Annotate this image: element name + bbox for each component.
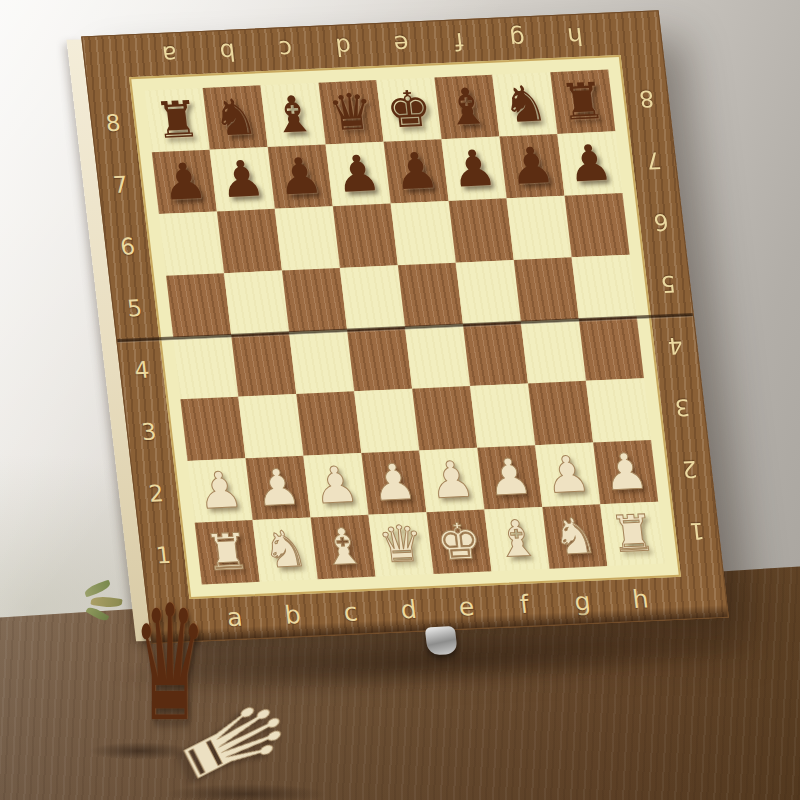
piece-light-pawn[interactable]: ♟ [253,462,304,514]
piece-dark-pawn[interactable]: ♟ [333,148,384,200]
piece-light-bishop[interactable]: ♝ [318,521,369,573]
coord-label-h: h [544,18,606,54]
piece-dark-bishop[interactable]: ♝ [442,81,493,133]
piece-dark-pawn[interactable]: ♟ [565,138,616,190]
piece-dark-knight[interactable]: ♞ [210,92,261,144]
square-g1[interactable]: ♞ [542,504,607,568]
piece-dark-pawn[interactable]: ♟ [391,145,442,197]
square-c8[interactable]: ♝ [261,83,326,147]
square-e5[interactable] [398,263,463,327]
square-h3[interactable] [586,378,651,442]
square-a5[interactable] [166,273,231,337]
square-h7[interactable]: ♟ [557,131,622,195]
square-c7[interactable]: ♟ [268,144,333,208]
square-d5[interactable] [340,265,405,329]
piece-light-pawn[interactable]: ♟ [600,446,651,498]
light-queen-glyph: ♛ [157,683,308,800]
piece-dark-pawn[interactable]: ♟ [275,151,326,203]
coord-label-4: 4 [120,338,163,401]
board-frame: abcdefgh abcdefgh 87654321 87654321 ♜♞♝♛… [81,10,729,644]
piece-light-king[interactable]: ♚ [434,516,485,568]
coord-label-7: 7 [632,129,675,192]
coord-label-2: 2 [668,438,711,501]
square-d6[interactable] [333,204,398,268]
square-h2[interactable]: ♟ [593,440,658,504]
square-d8[interactable]: ♛ [318,80,383,144]
coord-label-7: 7 [99,153,142,216]
piece-light-knight[interactable]: ♞ [550,511,601,563]
coord-label-8: 8 [625,67,668,130]
piece-light-pawn[interactable]: ♟ [484,451,535,503]
square-b5[interactable] [224,271,289,335]
square-e6[interactable] [391,201,456,265]
square-d1[interactable]: ♛ [368,512,433,576]
coord-label-d: d [312,28,374,64]
piece-dark-pawn[interactable]: ♟ [159,156,210,208]
piece-dark-pawn[interactable]: ♟ [217,153,268,205]
square-b6[interactable] [217,209,282,273]
coord-label-b: b [197,34,259,70]
coord-label-8: 8 [92,91,135,154]
coord-label-5: 5 [647,252,690,315]
coord-label-5: 5 [113,277,156,340]
piece-light-queen[interactable]: ♛ [376,518,427,570]
square-g7[interactable]: ♟ [499,134,564,198]
coord-label-f: f [428,23,490,59]
square-b2[interactable]: ♟ [245,456,310,520]
square-c4[interactable] [289,330,354,394]
square-b4[interactable] [231,332,296,396]
piece-light-knight[interactable]: ♞ [260,524,311,576]
chess-board: abcdefgh abcdefgh 87654321 87654321 ♜♞♝♛… [81,10,729,644]
square-f1[interactable]: ♝ [484,507,549,571]
square-g6[interactable] [507,196,572,260]
square-g8[interactable]: ♞ [492,72,557,136]
square-d2[interactable]: ♟ [361,450,426,514]
coord-label-3: 3 [127,400,170,463]
square-e8[interactable]: ♚ [376,77,441,141]
piece-light-pawn[interactable]: ♟ [369,457,420,509]
coord-label-g: g [551,582,613,621]
coord-label-3: 3 [661,376,704,439]
square-f3[interactable] [470,383,535,447]
square-d7[interactable]: ♟ [326,142,391,206]
piece-light-rook[interactable]: ♜ [202,526,253,578]
square-h4[interactable] [579,316,644,380]
piece-light-pawn[interactable]: ♟ [195,465,246,517]
square-c5[interactable] [282,268,347,332]
loose-light-queen[interactable]: ♛ [172,676,322,796]
square-a2[interactable]: ♟ [188,458,253,522]
square-h6[interactable] [565,193,630,257]
square-b8[interactable]: ♞ [203,85,268,149]
piece-light-bishop[interactable]: ♝ [492,513,543,565]
square-g5[interactable] [514,257,579,321]
coord-label-6: 6 [639,191,682,254]
coord-label-g: g [486,20,548,56]
piece-dark-pawn[interactable]: ♟ [507,140,558,192]
piece-dark-rook[interactable]: ♜ [558,76,609,128]
square-g4[interactable] [521,319,586,383]
square-b3[interactable] [238,394,303,458]
coord-label-4: 4 [654,314,697,377]
square-f2[interactable]: ♟ [477,445,542,509]
piece-dark-queen[interactable]: ♛ [326,86,377,138]
piece-dark-pawn[interactable]: ♟ [449,143,500,195]
piece-light-pawn[interactable]: ♟ [542,449,593,501]
square-h1[interactable]: ♜ [600,502,665,566]
coord-label-f: f [493,585,555,624]
scene: abcdefgh abcdefgh 87654321 87654321 ♜♞♝♛… [0,0,800,800]
coord-label-a: a [139,36,201,72]
piece-dark-knight[interactable]: ♞ [500,78,551,130]
square-d4[interactable] [347,327,412,391]
metal-clasp[interactable] [425,626,458,655]
square-c2[interactable]: ♟ [303,453,368,517]
square-f8[interactable]: ♝ [434,75,499,139]
square-g3[interactable] [528,381,593,445]
coord-label-1: 1 [675,499,718,562]
coord-label-b: b [262,595,324,634]
square-b1[interactable]: ♞ [253,517,318,581]
square-g2[interactable]: ♟ [535,443,600,507]
coord-label-h: h [609,579,671,618]
square-b7[interactable]: ♟ [210,147,275,211]
coord-label-e: e [435,587,497,626]
coord-label-a: a [204,598,266,637]
piece-light-pawn[interactable]: ♟ [427,454,478,506]
piece-dark-rook[interactable]: ♜ [152,94,203,146]
square-c6[interactable] [275,206,340,270]
square-c3[interactable] [296,391,361,455]
coord-label-2: 2 [135,462,178,525]
square-a6[interactable] [159,211,224,275]
coord-label-e: e [370,26,432,62]
square-e3[interactable] [412,386,477,450]
square-f6[interactable] [449,198,514,262]
square-a8[interactable]: ♜ [145,88,210,152]
square-f5[interactable] [456,260,521,324]
square-f7[interactable]: ♟ [442,137,507,201]
square-e7[interactable]: ♟ [384,139,449,203]
square-c1[interactable]: ♝ [311,515,376,579]
square-h8[interactable]: ♜ [550,70,615,134]
square-e2[interactable]: ♟ [419,448,484,512]
coord-label-6: 6 [106,215,149,278]
square-a7[interactable]: ♟ [152,150,217,214]
piece-dark-king[interactable]: ♚ [384,84,435,136]
square-a3[interactable] [180,397,245,461]
coord-label-c: c [320,593,382,632]
square-d3[interactable] [354,389,419,453]
square-h5[interactable] [572,255,637,319]
piece-dark-bishop[interactable]: ♝ [268,89,319,141]
square-f4[interactable] [463,322,528,386]
piece-light-rook[interactable]: ♜ [608,508,659,560]
square-e1[interactable]: ♚ [426,510,491,574]
coord-label-c: c [255,31,317,67]
piece-light-pawn[interactable]: ♟ [311,459,362,511]
coord-label-d: d [377,590,439,629]
square-a4[interactable] [173,335,238,399]
square-e4[interactable] [405,324,470,388]
